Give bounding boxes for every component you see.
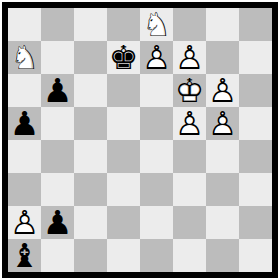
black-pawn-icon: ♟ — [41, 206, 74, 239]
square-a8[interactable] — [8, 8, 41, 41]
square-g1[interactable] — [206, 239, 239, 272]
white-pawn-outline-icon: ♙ — [206, 74, 239, 107]
square-f7[interactable]: ♟♙ — [173, 41, 206, 74]
square-b3[interactable] — [41, 173, 74, 206]
white-pawn-outline-icon: ♙ — [140, 41, 173, 74]
white-pawn-outline-icon: ♙ — [173, 107, 206, 140]
black-pawn-icon: ♟ — [41, 74, 74, 107]
white-pawn-g5: ♟♙ — [206, 107, 239, 140]
white-knight-outline-icon: ♘ — [140, 8, 173, 41]
board-frame: ♞♘♞♘♚♟♙♟♙♟♚♔♟♙♟♟♙♟♙♟♙♟♝ — [2, 2, 278, 278]
square-a1[interactable]: ♝ — [8, 239, 41, 272]
white-king-f6: ♚♔ — [173, 74, 206, 107]
square-h3[interactable] — [239, 173, 272, 206]
square-d1[interactable] — [107, 239, 140, 272]
square-h2[interactable] — [239, 206, 272, 239]
square-e8[interactable]: ♞♘ — [140, 8, 173, 41]
black-pawn-a5: ♟ — [8, 107, 41, 140]
square-b5[interactable] — [41, 107, 74, 140]
square-g2[interactable] — [206, 206, 239, 239]
square-f4[interactable] — [173, 140, 206, 173]
square-d8[interactable] — [107, 8, 140, 41]
square-f2[interactable] — [173, 206, 206, 239]
square-a2[interactable]: ♟♙ — [8, 206, 41, 239]
square-g5[interactable]: ♟♙ — [206, 107, 239, 140]
square-d3[interactable] — [107, 173, 140, 206]
square-e1[interactable] — [140, 239, 173, 272]
white-pawn-f5: ♟♙ — [173, 107, 206, 140]
square-d2[interactable] — [107, 206, 140, 239]
square-a4[interactable] — [8, 140, 41, 173]
black-pawn-b2: ♟ — [41, 206, 74, 239]
square-b4[interactable] — [41, 140, 74, 173]
white-pawn-g6: ♟♙ — [206, 74, 239, 107]
square-e4[interactable] — [140, 140, 173, 173]
square-e6[interactable] — [140, 74, 173, 107]
square-b8[interactable] — [41, 8, 74, 41]
square-g4[interactable] — [206, 140, 239, 173]
white-pawn-outline-icon: ♙ — [8, 206, 41, 239]
square-c5[interactable] — [74, 107, 107, 140]
square-a6[interactable] — [8, 74, 41, 107]
square-f6[interactable]: ♚♔ — [173, 74, 206, 107]
black-bishop-a1: ♝ — [8, 239, 41, 272]
square-f3[interactable] — [173, 173, 206, 206]
square-g7[interactable] — [206, 41, 239, 74]
square-a5[interactable]: ♟ — [8, 107, 41, 140]
black-pawn-b6: ♟ — [41, 74, 74, 107]
white-knight-e8: ♞♘ — [140, 8, 173, 41]
square-h5[interactable] — [239, 107, 272, 140]
white-knight-outline-icon: ♘ — [8, 41, 41, 74]
square-f1[interactable] — [173, 239, 206, 272]
square-e3[interactable] — [140, 173, 173, 206]
square-b2[interactable]: ♟ — [41, 206, 74, 239]
square-c2[interactable] — [74, 206, 107, 239]
square-d7[interactable]: ♚ — [107, 41, 140, 74]
square-a7[interactable]: ♞♘ — [8, 41, 41, 74]
black-pawn-icon: ♟ — [8, 107, 41, 140]
square-e5[interactable] — [140, 107, 173, 140]
square-h1[interactable] — [239, 239, 272, 272]
square-h8[interactable] — [239, 8, 272, 41]
white-knight-a7: ♞♘ — [8, 41, 41, 74]
square-c8[interactable] — [74, 8, 107, 41]
chess-board: ♞♘♞♘♚♟♙♟♙♟♚♔♟♙♟♟♙♟♙♟♙♟♝ — [8, 8, 272, 272]
square-g6[interactable]: ♟♙ — [206, 74, 239, 107]
square-b1[interactable] — [41, 239, 74, 272]
square-b6[interactable]: ♟ — [41, 74, 74, 107]
square-c1[interactable] — [74, 239, 107, 272]
square-c6[interactable] — [74, 74, 107, 107]
black-bishop-icon: ♝ — [8, 239, 41, 272]
square-h7[interactable] — [239, 41, 272, 74]
white-pawn-outline-icon: ♙ — [173, 41, 206, 74]
square-a3[interactable] — [8, 173, 41, 206]
square-g8[interactable] — [206, 8, 239, 41]
white-pawn-a2: ♟♙ — [8, 206, 41, 239]
square-g3[interactable] — [206, 173, 239, 206]
square-c7[interactable] — [74, 41, 107, 74]
square-c4[interactable] — [74, 140, 107, 173]
square-c3[interactable] — [74, 173, 107, 206]
black-king-icon: ♚ — [107, 41, 140, 74]
square-e2[interactable] — [140, 206, 173, 239]
square-h4[interactable] — [239, 140, 272, 173]
square-h6[interactable] — [239, 74, 272, 107]
square-f5[interactable]: ♟♙ — [173, 107, 206, 140]
square-e7[interactable]: ♟♙ — [140, 41, 173, 74]
white-pawn-e7: ♟♙ — [140, 41, 173, 74]
square-b7[interactable] — [41, 41, 74, 74]
white-king-outline-icon: ♔ — [173, 74, 206, 107]
square-d5[interactable] — [107, 107, 140, 140]
square-d4[interactable] — [107, 140, 140, 173]
square-d6[interactable] — [107, 74, 140, 107]
white-pawn-f7: ♟♙ — [173, 41, 206, 74]
square-f8[interactable] — [173, 8, 206, 41]
black-king-d7: ♚ — [107, 41, 140, 74]
white-pawn-outline-icon: ♙ — [206, 107, 239, 140]
